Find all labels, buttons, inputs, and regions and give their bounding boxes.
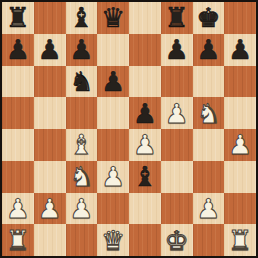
piece-white-king[interactable]: ♚ bbox=[165, 225, 189, 256]
square-h3[interactable] bbox=[224, 161, 256, 193]
piece-white-pawn[interactable]: ♟ bbox=[101, 161, 125, 192]
square-c8[interactable]: ♝ bbox=[66, 2, 98, 34]
square-a7[interactable]: ♟ bbox=[2, 34, 34, 66]
piece-white-knight[interactable]: ♞ bbox=[196, 98, 220, 129]
square-h4[interactable]: ♟ bbox=[224, 129, 256, 161]
square-f6[interactable] bbox=[161, 66, 193, 98]
square-c2[interactable]: ♟ bbox=[66, 193, 98, 225]
square-e6[interactable] bbox=[129, 66, 161, 98]
square-f1[interactable]: ♚ bbox=[161, 224, 193, 256]
piece-black-knight[interactable]: ♞ bbox=[69, 66, 93, 97]
square-b3[interactable] bbox=[34, 161, 66, 193]
piece-black-bishop[interactable]: ♝ bbox=[69, 2, 93, 33]
square-c6[interactable]: ♞ bbox=[66, 66, 98, 98]
piece-white-pawn[interactable]: ♟ bbox=[196, 193, 220, 224]
square-h8[interactable] bbox=[224, 2, 256, 34]
piece-black-rook[interactable]: ♜ bbox=[165, 2, 189, 33]
piece-black-pawn[interactable]: ♟ bbox=[196, 34, 220, 65]
piece-black-pawn[interactable]: ♟ bbox=[228, 34, 252, 65]
square-h6[interactable] bbox=[224, 66, 256, 98]
square-a1[interactable]: ♜ bbox=[2, 224, 34, 256]
square-h2[interactable] bbox=[224, 193, 256, 225]
piece-black-pawn[interactable]: ♟ bbox=[101, 66, 125, 97]
square-e4[interactable]: ♟ bbox=[129, 129, 161, 161]
square-f7[interactable]: ♟ bbox=[161, 34, 193, 66]
square-g7[interactable]: ♟ bbox=[193, 34, 225, 66]
square-b1[interactable] bbox=[34, 224, 66, 256]
square-d3[interactable]: ♟ bbox=[97, 161, 129, 193]
square-b4[interactable] bbox=[34, 129, 66, 161]
square-a2[interactable]: ♟ bbox=[2, 193, 34, 225]
square-c7[interactable]: ♟ bbox=[66, 34, 98, 66]
chess-board: ♜♝♛♜♚♟♟♟♟♟♟♞♟♟♟♞♝♟♟♞♟♝♟♟♟♟♜♛♚♜ bbox=[0, 0, 258, 258]
piece-black-pawn[interactable]: ♟ bbox=[38, 34, 62, 65]
piece-black-bishop[interactable]: ♝ bbox=[133, 161, 157, 192]
piece-white-pawn[interactable]: ♟ bbox=[133, 129, 157, 160]
square-f2[interactable] bbox=[161, 193, 193, 225]
piece-white-queen[interactable]: ♛ bbox=[101, 225, 125, 256]
piece-white-pawn[interactable]: ♟ bbox=[38, 193, 62, 224]
square-e1[interactable] bbox=[129, 224, 161, 256]
square-g1[interactable] bbox=[193, 224, 225, 256]
piece-white-pawn[interactable]: ♟ bbox=[6, 193, 30, 224]
square-c1[interactable] bbox=[66, 224, 98, 256]
square-f3[interactable] bbox=[161, 161, 193, 193]
square-d4[interactable] bbox=[97, 129, 129, 161]
square-g2[interactable]: ♟ bbox=[193, 193, 225, 225]
square-f4[interactable] bbox=[161, 129, 193, 161]
piece-white-knight[interactable]: ♞ bbox=[69, 161, 93, 192]
square-g5[interactable]: ♞ bbox=[193, 97, 225, 129]
square-c3[interactable]: ♞ bbox=[66, 161, 98, 193]
square-e2[interactable] bbox=[129, 193, 161, 225]
square-c5[interactable] bbox=[66, 97, 98, 129]
square-d7[interactable] bbox=[97, 34, 129, 66]
square-h1[interactable]: ♜ bbox=[224, 224, 256, 256]
piece-black-king[interactable]: ♚ bbox=[196, 2, 220, 33]
square-b7[interactable]: ♟ bbox=[34, 34, 66, 66]
square-g4[interactable] bbox=[193, 129, 225, 161]
square-b5[interactable] bbox=[34, 97, 66, 129]
square-f8[interactable]: ♜ bbox=[161, 2, 193, 34]
square-e5[interactable]: ♟ bbox=[129, 97, 161, 129]
square-g6[interactable] bbox=[193, 66, 225, 98]
square-d8[interactable]: ♛ bbox=[97, 2, 129, 34]
square-g3[interactable] bbox=[193, 161, 225, 193]
square-b2[interactable]: ♟ bbox=[34, 193, 66, 225]
piece-black-pawn[interactable]: ♟ bbox=[133, 98, 157, 129]
piece-black-pawn[interactable]: ♟ bbox=[6, 34, 30, 65]
piece-black-queen[interactable]: ♛ bbox=[101, 2, 125, 33]
square-f5[interactable]: ♟ bbox=[161, 97, 193, 129]
square-d5[interactable] bbox=[97, 97, 129, 129]
square-g8[interactable]: ♚ bbox=[193, 2, 225, 34]
piece-white-pawn[interactable]: ♟ bbox=[228, 129, 252, 160]
piece-white-rook[interactable]: ♜ bbox=[6, 225, 30, 256]
square-a4[interactable] bbox=[2, 129, 34, 161]
square-d6[interactable]: ♟ bbox=[97, 66, 129, 98]
chess-board-container: ♜♝♛♜♚♟♟♟♟♟♟♞♟♟♟♞♝♟♟♞♟♝♟♟♟♟♜♛♚♜ bbox=[0, 0, 258, 258]
square-d1[interactable]: ♛ bbox=[97, 224, 129, 256]
square-h5[interactable] bbox=[224, 97, 256, 129]
square-h7[interactable]: ♟ bbox=[224, 34, 256, 66]
piece-black-pawn[interactable]: ♟ bbox=[69, 34, 93, 65]
square-b6[interactable] bbox=[34, 66, 66, 98]
piece-black-pawn[interactable]: ♟ bbox=[165, 34, 189, 65]
square-e8[interactable] bbox=[129, 2, 161, 34]
square-a6[interactable] bbox=[2, 66, 34, 98]
square-a8[interactable]: ♜ bbox=[2, 2, 34, 34]
square-e7[interactable] bbox=[129, 34, 161, 66]
piece-black-rook[interactable]: ♜ bbox=[6, 2, 30, 33]
square-d2[interactable] bbox=[97, 193, 129, 225]
square-b8[interactable] bbox=[34, 2, 66, 34]
square-c4[interactable]: ♝ bbox=[66, 129, 98, 161]
piece-white-bishop[interactable]: ♝ bbox=[69, 129, 93, 160]
square-e3[interactable]: ♝ bbox=[129, 161, 161, 193]
piece-white-pawn[interactable]: ♟ bbox=[69, 193, 93, 224]
piece-white-rook[interactable]: ♜ bbox=[228, 225, 252, 256]
square-a5[interactable] bbox=[2, 97, 34, 129]
square-a3[interactable] bbox=[2, 161, 34, 193]
piece-white-pawn[interactable]: ♟ bbox=[165, 98, 189, 129]
